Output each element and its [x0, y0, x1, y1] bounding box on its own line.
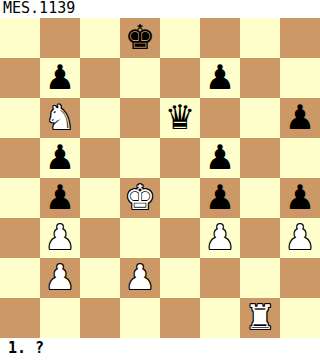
square-e4[interactable] [160, 178, 200, 218]
square-c4[interactable] [80, 178, 120, 218]
white-pawn-d2: ♟ [125, 258, 155, 297]
square-b8[interactable] [40, 18, 80, 58]
square-g5[interactable] [240, 138, 280, 178]
chess-board: ♚♟♟♞♛♟♟♟♟♚♟♟♟♟♟♟♟♜ [0, 18, 320, 338]
square-g7[interactable] [240, 58, 280, 98]
square-d7[interactable] [120, 58, 160, 98]
black-pawn-b7: ♟ [45, 58, 75, 97]
square-c7[interactable] [80, 58, 120, 98]
square-g6[interactable] [240, 98, 280, 138]
black-pawn-b5: ♟ [45, 138, 75, 177]
square-b3[interactable]: ♟ [40, 218, 80, 258]
black-pawn-b4: ♟ [45, 178, 75, 217]
square-f1[interactable] [200, 298, 240, 338]
square-b7[interactable]: ♟ [40, 58, 80, 98]
square-b1[interactable] [40, 298, 80, 338]
square-c3[interactable] [80, 218, 120, 258]
square-a6[interactable] [0, 98, 40, 138]
square-b5[interactable]: ♟ [40, 138, 80, 178]
square-e1[interactable] [160, 298, 200, 338]
square-a4[interactable] [0, 178, 40, 218]
white-pawn-b3: ♟ [45, 218, 75, 257]
square-d5[interactable] [120, 138, 160, 178]
white-pawn-h3: ♟ [285, 218, 315, 257]
square-c2[interactable] [80, 258, 120, 298]
square-d4[interactable]: ♚ [120, 178, 160, 218]
white-pawn-f3: ♟ [205, 218, 235, 257]
square-a8[interactable] [0, 18, 40, 58]
square-c5[interactable] [80, 138, 120, 178]
square-h2[interactable] [280, 258, 320, 298]
square-h6[interactable]: ♟ [280, 98, 320, 138]
square-e2[interactable] [160, 258, 200, 298]
square-a1[interactable] [0, 298, 40, 338]
square-h1[interactable] [280, 298, 320, 338]
square-d1[interactable] [120, 298, 160, 338]
square-g1[interactable]: ♜ [240, 298, 280, 338]
square-f8[interactable] [200, 18, 240, 58]
black-pawn-f7: ♟ [205, 58, 235, 97]
square-f5[interactable]: ♟ [200, 138, 240, 178]
square-g2[interactable] [240, 258, 280, 298]
square-d8[interactable]: ♚ [120, 18, 160, 58]
black-pawn-f5: ♟ [205, 138, 235, 177]
square-c1[interactable] [80, 298, 120, 338]
square-h3[interactable]: ♟ [280, 218, 320, 258]
white-rook-g1: ♜ [245, 298, 275, 337]
square-e6[interactable]: ♛ [160, 98, 200, 138]
black-queen-e6: ♛ [165, 98, 195, 137]
square-a7[interactable] [0, 58, 40, 98]
square-h7[interactable] [280, 58, 320, 98]
square-e3[interactable] [160, 218, 200, 258]
white-knight-b6: ♞ [45, 98, 75, 137]
square-b4[interactable]: ♟ [40, 178, 80, 218]
diagram-title: MES.1139 [3, 0, 75, 17]
square-c8[interactable] [80, 18, 120, 58]
square-f3[interactable]: ♟ [200, 218, 240, 258]
black-king-d8: ♚ [125, 18, 155, 57]
square-f6[interactable] [200, 98, 240, 138]
square-h4[interactable]: ♟ [280, 178, 320, 218]
square-d3[interactable] [120, 218, 160, 258]
square-c6[interactable] [80, 98, 120, 138]
move-prompt: 1. ? [8, 339, 44, 357]
square-f4[interactable]: ♟ [200, 178, 240, 218]
black-pawn-h4: ♟ [285, 178, 315, 217]
white-pawn-b2: ♟ [45, 258, 75, 297]
square-f7[interactable]: ♟ [200, 58, 240, 98]
square-h5[interactable] [280, 138, 320, 178]
square-a5[interactable] [0, 138, 40, 178]
square-f2[interactable] [200, 258, 240, 298]
square-a3[interactable] [0, 218, 40, 258]
black-pawn-h6: ♟ [285, 98, 315, 137]
chess-puzzle-screen: MES.1139 ♚♟♟♞♛♟♟♟♟♚♟♟♟♟♟♟♟♜ 1. ? [0, 0, 320, 360]
square-g8[interactable] [240, 18, 280, 58]
square-d2[interactable]: ♟ [120, 258, 160, 298]
white-king-d4: ♚ [125, 178, 155, 217]
square-e5[interactable] [160, 138, 200, 178]
square-a2[interactable] [0, 258, 40, 298]
square-d6[interactable] [120, 98, 160, 138]
square-g4[interactable] [240, 178, 280, 218]
square-g3[interactable] [240, 218, 280, 258]
square-e7[interactable] [160, 58, 200, 98]
square-b6[interactable]: ♞ [40, 98, 80, 138]
square-h8[interactable] [280, 18, 320, 58]
black-pawn-f4: ♟ [205, 178, 235, 217]
square-b2[interactable]: ♟ [40, 258, 80, 298]
square-e8[interactable] [160, 18, 200, 58]
